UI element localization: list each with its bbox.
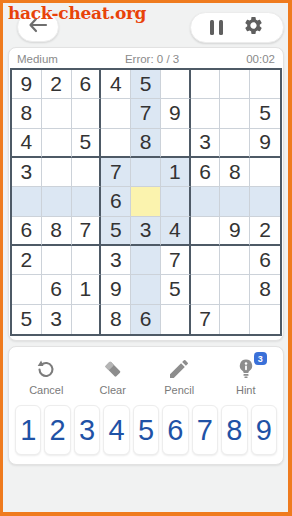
watermark-text: hack-cheat.org: [8, 3, 146, 23]
sudoku-cell-r4c6[interactable]: 1: [161, 158, 191, 187]
numpad-button-4[interactable]: 4: [103, 405, 129, 455]
eraser-icon: [100, 356, 126, 382]
sudoku-cell-r5c4[interactable]: 6: [101, 187, 131, 216]
sudoku-cell-r2c1[interactable]: 8: [12, 99, 42, 128]
sudoku-cell-r7c3[interactable]: [72, 246, 102, 275]
control-card: Cancel Clear: [8, 346, 284, 465]
numpad-button-2[interactable]: 2: [44, 405, 70, 455]
sudoku-cell-r9c1[interactable]: 5: [12, 305, 42, 334]
number-pad: 123456789: [13, 405, 279, 455]
sudoku-cell-r9c9[interactable]: [250, 305, 280, 334]
sudoku-cell-r9c6[interactable]: [161, 305, 191, 334]
sudoku-cell-r2c5[interactable]: 7: [131, 99, 161, 128]
sudoku-cell-r7c7[interactable]: [191, 246, 221, 275]
sudoku-cell-r9c4[interactable]: 8: [101, 305, 131, 334]
sudoku-cell-r7c9[interactable]: 6: [250, 246, 280, 275]
sudoku-cell-r5c2[interactable]: [42, 187, 72, 216]
sudoku-cell-r4c5[interactable]: [131, 158, 161, 187]
difficulty-label: Medium: [17, 53, 58, 65]
numpad-button-8[interactable]: 8: [221, 405, 247, 455]
hint-button[interactable]: 3 Hint: [213, 354, 280, 396]
sudoku-cell-r6c1[interactable]: 6: [12, 217, 42, 246]
sudoku-cell-r6c7[interactable]: [191, 217, 221, 246]
sudoku-cell-r1c3[interactable]: 6: [72, 70, 102, 99]
sudoku-cell-r6c8[interactable]: 9: [220, 217, 250, 246]
sudoku-cell-r2c3[interactable]: [72, 99, 102, 128]
topbar-actions: [190, 12, 284, 43]
sudoku-cell-r5c5[interactable]: [131, 187, 161, 216]
clear-button[interactable]: Clear: [80, 354, 147, 396]
pencil-label: Pencil: [164, 384, 194, 396]
sudoku-cell-r7c1[interactable]: 2: [12, 246, 42, 275]
sudoku-cell-r9c5[interactable]: 6: [131, 305, 161, 334]
sudoku-cell-r3c6[interactable]: [161, 129, 191, 158]
sudoku-cell-r7c8[interactable]: [220, 246, 250, 275]
numpad-button-1[interactable]: 1: [15, 405, 41, 455]
sudoku-cell-r9c3[interactable]: [72, 305, 102, 334]
sudoku-cell-r4c7[interactable]: 6: [191, 158, 221, 187]
sudoku-cell-r1c7[interactable]: [191, 70, 221, 99]
sudoku-cell-r2c7[interactable]: [191, 99, 221, 128]
sudoku-cell-r6c3[interactable]: 7: [72, 217, 102, 246]
sudoku-cell-r6c6[interactable]: 4: [161, 217, 191, 246]
sudoku-cell-r9c8[interactable]: [220, 305, 250, 334]
cancel-button[interactable]: Cancel: [13, 354, 80, 396]
sudoku-cell-r7c2[interactable]: [42, 246, 72, 275]
sudoku-cell-r3c9[interactable]: 9: [250, 129, 280, 158]
sudoku-cell-r3c7[interactable]: 3: [191, 129, 221, 158]
sudoku-cell-r6c2[interactable]: 8: [42, 217, 72, 246]
sudoku-cell-r1c8[interactable]: [220, 70, 250, 99]
sudoku-board: 9264587954583937168668753492237661958538…: [10, 68, 282, 336]
timer: 00:02: [246, 53, 275, 65]
sudoku-cell-r8c2[interactable]: 6: [42, 275, 72, 304]
pause-button[interactable]: [210, 20, 223, 35]
pencil-icon: [166, 356, 192, 382]
sudoku-cell-r1c1[interactable]: 9: [12, 70, 42, 99]
sudoku-cell-r8c1[interactable]: [12, 275, 42, 304]
sudoku-cell-r8c4[interactable]: 9: [101, 275, 131, 304]
sudoku-cell-r8c8[interactable]: [220, 275, 250, 304]
numpad-button-5[interactable]: 5: [133, 405, 159, 455]
sudoku-cell-r7c4[interactable]: 3: [101, 246, 131, 275]
sudoku-cell-r1c4[interactable]: 4: [101, 70, 131, 99]
numpad-button-3[interactable]: 3: [74, 405, 100, 455]
sudoku-cell-r8c7[interactable]: [191, 275, 221, 304]
pencil-button[interactable]: Pencil: [146, 354, 213, 396]
sudoku-cell-r5c1[interactable]: [12, 187, 42, 216]
sudoku-cell-r2c8[interactable]: [220, 99, 250, 128]
sudoku-cell-r1c5[interactable]: 5: [131, 70, 161, 99]
cancel-label: Cancel: [29, 384, 63, 396]
sudoku-cell-r7c6[interactable]: 7: [161, 246, 191, 275]
sudoku-cell-r8c9[interactable]: 8: [250, 275, 280, 304]
hint-count-badge: 3: [254, 352, 267, 365]
sudoku-cell-r1c2[interactable]: 2: [42, 70, 72, 99]
sudoku-cell-r2c9[interactable]: 5: [250, 99, 280, 128]
sudoku-cell-r9c2[interactable]: 3: [42, 305, 72, 334]
sudoku-cell-r3c4[interactable]: [101, 129, 131, 158]
sudoku-cell-r5c9[interactable]: [250, 187, 280, 216]
sudoku-cell-r6c4[interactable]: 5: [101, 217, 131, 246]
sudoku-cell-r3c3[interactable]: 5: [72, 129, 102, 158]
toolbar: Cancel Clear: [13, 354, 279, 396]
sudoku-cell-r5c3[interactable]: [72, 187, 102, 216]
sudoku-cell-r4c4[interactable]: 7: [101, 158, 131, 187]
sudoku-cell-r4c3[interactable]: [72, 158, 102, 187]
sudoku-cell-r4c1[interactable]: 3: [12, 158, 42, 187]
sudoku-cell-r2c2[interactable]: [42, 99, 72, 128]
sudoku-cell-r5c7[interactable]: [191, 187, 221, 216]
status-row: Medium Error: 0 / 3 00:02: [9, 48, 283, 68]
sudoku-cell-r8c3[interactable]: 1: [72, 275, 102, 304]
lightbulb-icon: 3: [233, 356, 259, 382]
sudoku-cell-r3c8[interactable]: [220, 129, 250, 158]
numpad-button-9[interactable]: 9: [251, 405, 277, 455]
hint-label: Hint: [236, 384, 256, 396]
sudoku-cell-r5c6[interactable]: [161, 187, 191, 216]
undo-icon: [33, 356, 59, 382]
sudoku-cell-r2c6[interactable]: 9: [161, 99, 191, 128]
sudoku-cell-r3c1[interactable]: 4: [12, 129, 42, 158]
sudoku-cell-r6c9[interactable]: 2: [250, 217, 280, 246]
error-counter: Error: 0 / 3: [125, 53, 179, 65]
sudoku-cell-r7c5[interactable]: [131, 246, 161, 275]
sudoku-cell-r4c9[interactable]: [250, 158, 280, 187]
clear-label: Clear: [100, 384, 126, 396]
sudoku-cell-r4c8[interactable]: 8: [220, 158, 250, 187]
sudoku-cell-r5c8[interactable]: [220, 187, 250, 216]
sudoku-cell-r3c2[interactable]: [42, 129, 72, 158]
sudoku-cell-r4c2[interactable]: [42, 158, 72, 187]
sudoku-cell-r8c5[interactable]: [131, 275, 161, 304]
sudoku-cell-r1c6[interactable]: [161, 70, 191, 99]
numpad-button-6[interactable]: 6: [162, 405, 188, 455]
gear-icon[interactable]: [243, 15, 264, 40]
sudoku-cell-r3c5[interactable]: 8: [131, 129, 161, 158]
sudoku-cell-r9c7[interactable]: 7: [191, 305, 221, 334]
sudoku-cell-r6c5[interactable]: 3: [131, 217, 161, 246]
numpad-button-7[interactable]: 7: [192, 405, 218, 455]
sudoku-cell-r1c9[interactable]: [250, 70, 280, 99]
sudoku-cell-r8c6[interactable]: 5: [161, 275, 191, 304]
app-frame: hack-cheat.org Medium Error: 0 / 3 00:02…: [0, 0, 292, 516]
board-card: Medium Error: 0 / 3 00:02 92645879545839…: [8, 47, 284, 341]
sudoku-cell-r2c4[interactable]: [101, 99, 131, 128]
